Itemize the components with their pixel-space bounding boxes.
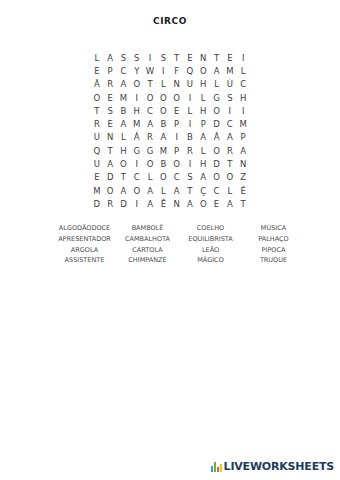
grid-cell[interactable]: O: [117, 157, 130, 170]
grid-cell[interactable]: A: [117, 184, 130, 197]
grid-cell[interactable]: D: [104, 171, 117, 184]
grid-cell[interactable]: O: [130, 78, 143, 91]
word-list-item: CHIMPANZÉ: [116, 255, 179, 266]
grid-cell[interactable]: I: [236, 104, 249, 117]
grid-cell[interactable]: É: [236, 184, 249, 197]
grid-cell[interactable]: T: [104, 144, 117, 157]
grid-cell[interactable]: E: [210, 197, 223, 210]
grid-cell[interactable]: D: [210, 157, 223, 170]
grid-cell[interactable]: I: [130, 91, 143, 104]
grid-cell[interactable]: A: [223, 131, 236, 144]
grid-cell[interactable]: O: [157, 91, 170, 104]
grid-cell[interactable]: A: [143, 117, 156, 130]
grid-cell[interactable]: D: [90, 197, 103, 210]
word-list-item: CARTOLA: [116, 245, 179, 256]
grid-cell[interactable]: R: [223, 144, 236, 157]
grid-cell[interactable]: L: [183, 104, 196, 117]
grid-cell[interactable]: B: [117, 104, 130, 117]
grid-cell[interactable]: A: [143, 184, 156, 197]
grid-cell[interactable]: S: [104, 104, 117, 117]
grid-cell[interactable]: S: [157, 51, 170, 64]
grid-cell[interactable]: C: [143, 104, 156, 117]
grid-cell[interactable]: L: [197, 91, 210, 104]
grid-cell[interactable]: Ê: [157, 197, 170, 210]
word-list-item: EQUILIBRISTA: [179, 234, 242, 245]
word-list-column: COELHOEQUILIBRISTALEÃOMÁGICO: [179, 223, 242, 266]
liveworksheets-logo[interactable]: LIVEWORKSHEETS: [211, 460, 334, 473]
word-list-item: COELHO: [179, 223, 242, 234]
grid-cell[interactable]: A: [117, 117, 130, 130]
grid-cell[interactable]: M: [236, 117, 249, 130]
grid-cell[interactable]: T: [143, 78, 156, 91]
word-list-item: MÚSICA: [242, 223, 305, 234]
grid-cell[interactable]: S: [117, 51, 130, 64]
grid-cell[interactable]: N: [170, 197, 183, 210]
logo-bar: [211, 466, 213, 472]
grid-cell[interactable]: Ã: [90, 78, 103, 91]
grid-cell[interactable]: E: [170, 104, 183, 117]
grid-cell[interactable]: N: [170, 78, 183, 91]
grid-cell[interactable]: M: [90, 184, 103, 197]
grid-cell[interactable]: O: [157, 104, 170, 117]
word-list-item: ARGOLA: [53, 245, 116, 256]
grid-cell[interactable]: M: [117, 91, 130, 104]
grid-cell[interactable]: A: [170, 184, 183, 197]
grid-cell[interactable]: H: [197, 157, 210, 170]
grid-cell[interactable]: S: [183, 171, 196, 184]
grid-cell[interactable]: L: [236, 64, 249, 77]
word-list-item: BAMBOLÊ: [116, 223, 179, 234]
grid-cell[interactable]: L: [157, 184, 170, 197]
word-list: ALGODÃODOCEAPRESENTADORARGOLAASSISTENTEB…: [0, 223, 340, 266]
logo-bar: [214, 462, 216, 472]
grid-cell[interactable]: M: [157, 144, 170, 157]
grid-cell[interactable]: I: [236, 51, 249, 64]
grid-cell[interactable]: A: [157, 131, 170, 144]
grid-cell[interactable]: M: [223, 64, 236, 77]
grid-cell[interactable]: R: [183, 144, 196, 157]
grid-cell[interactable]: B: [157, 157, 170, 170]
grid-cell[interactable]: O: [197, 64, 210, 77]
grid-cell[interactable]: T: [117, 171, 130, 184]
grid-cell[interactable]: A: [183, 197, 196, 210]
grid-cell[interactable]: Y: [130, 64, 143, 77]
grid-cell[interactable]: M: [130, 117, 143, 130]
grid-cell[interactable]: E: [90, 64, 103, 77]
grid-cell[interactable]: O: [223, 171, 236, 184]
grid-cell[interactable]: O: [143, 91, 156, 104]
grid-cell[interactable]: O: [170, 157, 183, 170]
word-list-column: MÚSICAPALHAÇOPIPOCATRUQUE: [242, 223, 305, 266]
word-list-column: ALGODÃODOCEAPRESENTADORARGOLAASSISTENTE: [53, 223, 116, 266]
grid-cell[interactable]: U: [90, 157, 103, 170]
word-list-item: TRUQUE: [242, 255, 305, 266]
logo-bar: [220, 464, 222, 472]
word-list-item: ASSISTENTE: [53, 255, 116, 266]
grid-cell[interactable]: T: [90, 104, 103, 117]
liveworksheets-icon: [211, 462, 222, 473]
grid-cell[interactable]: Ú: [223, 78, 236, 91]
grid-cell[interactable]: B: [183, 131, 196, 144]
grid-cell[interactable]: Ç: [197, 184, 210, 197]
word-list-item: APRESENTADOR: [53, 234, 116, 245]
grid-cell[interactable]: U: [183, 78, 196, 91]
grid-cell[interactable]: H: [117, 144, 130, 157]
grid-cell[interactable]: Á: [130, 131, 143, 144]
grid-cell[interactable]: R: [104, 78, 117, 91]
grid-cell[interactable]: A: [143, 197, 156, 210]
grid-cell[interactable]: N: [197, 51, 210, 64]
grid-cell[interactable]: C: [117, 64, 130, 77]
grid-cell[interactable]: O: [130, 184, 143, 197]
grid-cell[interactable]: L: [117, 131, 130, 144]
grid-cell[interactable]: S: [130, 51, 143, 64]
grid-cell[interactable]: Q: [90, 144, 103, 157]
grid-cell[interactable]: O: [210, 104, 223, 117]
grid-cell[interactable]: R: [90, 117, 103, 130]
grid-cell[interactable]: T: [223, 157, 236, 170]
grid-cell[interactable]: I: [130, 197, 143, 210]
grid-cell[interactable]: I: [223, 104, 236, 117]
grid-cell[interactable]: O: [210, 144, 223, 157]
grid-cell[interactable]: A: [223, 197, 236, 210]
grid-cell[interactable]: A: [197, 131, 210, 144]
grid-cell[interactable]: C: [236, 78, 249, 91]
grid-cell[interactable]: C: [210, 184, 223, 197]
grid-cell[interactable]: O: [90, 91, 103, 104]
grid-cell[interactable]: E: [223, 51, 236, 64]
grid-cell[interactable]: C: [223, 117, 236, 130]
grid-cell[interactable]: E: [183, 51, 196, 64]
grid-cell[interactable]: L: [143, 171, 156, 184]
grid-cell[interactable]: P: [170, 144, 183, 157]
grid-cell[interactable]: N: [236, 157, 249, 170]
grid-cell[interactable]: H: [130, 104, 143, 117]
grid-cell[interactable]: O: [210, 171, 223, 184]
grid-cell[interactable]: A: [117, 78, 130, 91]
grid-cell[interactable]: A: [197, 171, 210, 184]
grid-cell[interactable]: T: [183, 184, 196, 197]
grid-cell[interactable]: E: [104, 91, 117, 104]
grid-cell[interactable]: L: [157, 78, 170, 91]
grid-cell[interactable]: A: [104, 157, 117, 170]
grid-cell[interactable]: O: [143, 157, 156, 170]
grid-cell[interactable]: O: [170, 91, 183, 104]
grid-cell[interactable]: H: [236, 91, 249, 104]
grid-cell[interactable]: I: [143, 51, 156, 64]
grid-cell[interactable]: Q: [183, 64, 196, 77]
grid-cell[interactable]: D: [117, 197, 130, 210]
word-list-item: MÁGICO: [179, 255, 242, 266]
grid-cell[interactable]: S: [223, 91, 236, 104]
grid-cell[interactable]: R: [104, 197, 117, 210]
word-search-grid: LASSISTENTEIEPCYWIFQOAMLÃRAOTLNUHLÚCOEMI…: [90, 51, 250, 211]
grid-cell[interactable]: L: [223, 184, 236, 197]
grid-cell[interactable]: I: [183, 91, 196, 104]
grid-cell[interactable]: W: [143, 64, 156, 77]
grid-cell[interactable]: L: [210, 78, 223, 91]
word-list-item: LEÃO: [179, 245, 242, 256]
word-list-item: PIPOCA: [242, 245, 305, 256]
grid-cell[interactable]: G: [210, 91, 223, 104]
grid-cell[interactable]: I: [130, 157, 143, 170]
word-list-item: PALHAÇO: [242, 234, 305, 245]
grid-cell[interactable]: Z: [236, 171, 249, 184]
grid-cell[interactable]: H: [197, 78, 210, 91]
grid-cell[interactable]: F: [170, 64, 183, 77]
grid-cell[interactable]: T: [170, 51, 183, 64]
grid-cell[interactable]: O: [157, 171, 170, 184]
grid-cell[interactable]: G: [130, 144, 143, 157]
grid-cell[interactable]: N: [104, 131, 117, 144]
grid-cell[interactable]: I: [183, 117, 196, 130]
grid-cell[interactable]: G: [143, 144, 156, 157]
grid-cell[interactable]: I: [183, 157, 196, 170]
puzzle-title: CIRCO: [0, 16, 340, 26]
grid-cell[interactable]: T: [210, 51, 223, 64]
logo-bar: [217, 467, 219, 472]
grid-cell[interactable]: D: [210, 117, 223, 130]
grid-cell[interactable]: L: [197, 144, 210, 157]
grid-cell[interactable]: U: [90, 131, 103, 144]
grid-cell[interactable]: E: [90, 171, 103, 184]
grid-cell[interactable]: I: [157, 64, 170, 77]
grid-cell[interactable]: O: [104, 184, 117, 197]
grid-cell[interactable]: P: [104, 64, 117, 77]
grid-cell[interactable]: P: [236, 131, 249, 144]
word-list-item: ALGODÃODOCE: [53, 223, 116, 234]
grid-cell[interactable]: H: [197, 104, 210, 117]
grid-cell[interactable]: A: [104, 51, 117, 64]
liveworksheets-wordmark: LIVEWORKSHEETS: [224, 460, 334, 473]
grid-cell[interactable]: B: [157, 117, 170, 130]
grid-cell[interactable]: Ã: [210, 131, 223, 144]
grid-cell[interactable]: C: [130, 171, 143, 184]
grid-cell[interactable]: O: [197, 197, 210, 210]
grid-cell[interactable]: A: [236, 144, 249, 157]
grid-cell[interactable]: E: [104, 117, 117, 130]
grid-cell[interactable]: C: [170, 171, 183, 184]
grid-cell[interactable]: L: [90, 51, 103, 64]
grid-cell[interactable]: A: [210, 64, 223, 77]
grid-cell[interactable]: P: [197, 117, 210, 130]
grid-cell[interactable]: R: [143, 131, 156, 144]
word-list-item: CAMBALHOTA: [116, 234, 179, 245]
grid-cell[interactable]: I: [170, 131, 183, 144]
grid-cell[interactable]: P: [170, 117, 183, 130]
grid-cell[interactable]: T: [236, 197, 249, 210]
word-list-column: BAMBOLÊCAMBALHOTACARTOLACHIMPANZÉ: [116, 223, 179, 266]
